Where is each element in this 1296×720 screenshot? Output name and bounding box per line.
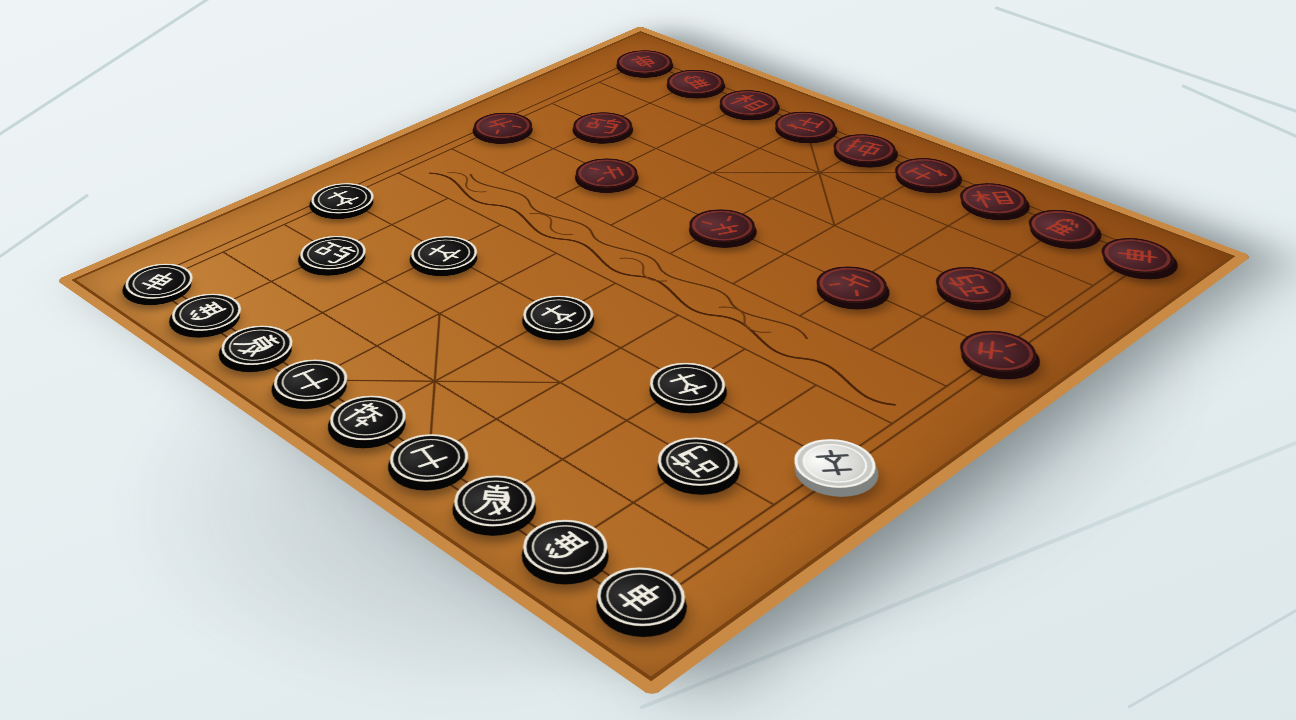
piece-red-elephant[interactable] xyxy=(708,85,790,121)
piece-red-advisor[interactable] xyxy=(763,106,848,144)
piece-red-cannon[interactable] xyxy=(922,260,1022,312)
piece-red-general[interactable] xyxy=(821,129,908,169)
piece-red-cannon[interactable] xyxy=(561,107,644,145)
piece-black-soldier[interactable] xyxy=(509,288,608,342)
piece-black-cannon[interactable] xyxy=(287,229,379,276)
piece-black-chariot[interactable] xyxy=(579,556,703,639)
photo-scene xyxy=(0,0,1296,720)
piece-black-soldier[interactable] xyxy=(778,430,892,499)
piece-black-cannon[interactable] xyxy=(641,428,754,496)
piece-red-soldier[interactable] xyxy=(802,259,901,310)
piece-red-chariot[interactable] xyxy=(1088,231,1187,280)
tile-grout-line xyxy=(0,0,222,155)
piece-red-soldier[interactable] xyxy=(563,153,650,194)
piece-red-soldier[interactable] xyxy=(945,323,1051,381)
piece-black-soldier[interactable] xyxy=(398,229,491,277)
piece-red-horse[interactable] xyxy=(655,65,735,99)
tile-grout-line xyxy=(0,193,89,264)
piece-red-soldier[interactable] xyxy=(462,107,544,144)
piece-red-soldier[interactable] xyxy=(676,203,769,249)
piece-black-soldier[interactable] xyxy=(299,177,386,220)
tile-grout-line xyxy=(1127,596,1296,709)
piece-black-soldier[interactable] xyxy=(635,354,741,414)
piece-red-elephant[interactable] xyxy=(947,177,1040,221)
